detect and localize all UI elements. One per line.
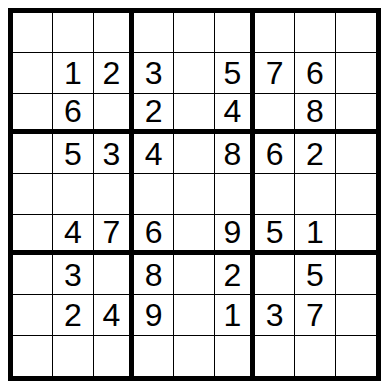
- cell-r5c9-empty[interactable]: [336, 174, 376, 214]
- cell-r7c9-empty[interactable]: [336, 255, 376, 295]
- cell-r6c7-given: 5: [255, 215, 295, 255]
- cell-r8c3-given: 4: [94, 295, 134, 335]
- cell-r5c1-empty[interactable]: [13, 174, 53, 214]
- cell-r7c4-given: 8: [134, 255, 174, 295]
- cell-r9c4-empty[interactable]: [134, 336, 174, 376]
- cell-r3c2-given: 6: [53, 94, 93, 134]
- cell-r5c5-empty[interactable]: [174, 174, 214, 214]
- cell-r1c1-empty[interactable]: [13, 13, 53, 53]
- cell-r9c9-empty[interactable]: [336, 336, 376, 376]
- cell-r6c1-empty[interactable]: [13, 215, 53, 255]
- cell-r2c1-empty[interactable]: [13, 53, 53, 93]
- cell-r5c3-empty[interactable]: [94, 174, 134, 214]
- cell-r3c3-empty[interactable]: [94, 94, 134, 134]
- cell-r6c8-given: 1: [295, 215, 335, 255]
- cell-r2c5-empty[interactable]: [174, 53, 214, 93]
- cell-r7c6-given: 2: [215, 255, 255, 295]
- cell-r7c7-empty[interactable]: [255, 255, 295, 295]
- cell-r2c6-given: 5: [215, 53, 255, 93]
- cell-r4c4-given: 4: [134, 134, 174, 174]
- cell-r1c2-empty[interactable]: [53, 13, 93, 53]
- cell-r3c7-empty[interactable]: [255, 94, 295, 134]
- cell-r7c8-given: 5: [295, 255, 335, 295]
- cell-r7c2-given: 3: [53, 255, 93, 295]
- cell-r9c8-empty[interactable]: [295, 336, 335, 376]
- cell-r3c6-given: 4: [215, 94, 255, 134]
- cell-r3c1-empty[interactable]: [13, 94, 53, 134]
- cell-r9c2-empty[interactable]: [53, 336, 93, 376]
- cell-r9c5-empty[interactable]: [174, 336, 214, 376]
- cell-r8c2-given: 2: [53, 295, 93, 335]
- cell-r8c6-given: 1: [215, 295, 255, 335]
- cell-r6c4-given: 6: [134, 215, 174, 255]
- cell-r6c2-given: 4: [53, 215, 93, 255]
- cell-r4c5-empty[interactable]: [174, 134, 214, 174]
- cell-r2c4-given: 3: [134, 53, 174, 93]
- cell-r8c7-given: 3: [255, 295, 295, 335]
- cell-r1c6-empty[interactable]: [215, 13, 255, 53]
- cell-r3c8-given: 8: [295, 94, 335, 134]
- cell-r4c9-empty[interactable]: [336, 134, 376, 174]
- cell-r1c5-empty[interactable]: [174, 13, 214, 53]
- cell-r4c7-given: 6: [255, 134, 295, 174]
- cell-r2c9-empty[interactable]: [336, 53, 376, 93]
- cell-r1c9-empty[interactable]: [336, 13, 376, 53]
- cell-r1c8-empty[interactable]: [295, 13, 335, 53]
- cell-r6c5-empty[interactable]: [174, 215, 214, 255]
- cell-r3c4-given: 2: [134, 94, 174, 134]
- cell-r7c1-empty[interactable]: [13, 255, 53, 295]
- cell-r8c5-empty[interactable]: [174, 295, 214, 335]
- cell-r7c3-empty[interactable]: [94, 255, 134, 295]
- cell-r9c3-empty[interactable]: [94, 336, 134, 376]
- cell-r6c3-given: 7: [94, 215, 134, 255]
- cell-r1c3-empty[interactable]: [94, 13, 134, 53]
- cell-r5c8-empty[interactable]: [295, 174, 335, 214]
- cell-r1c7-empty[interactable]: [255, 13, 295, 53]
- cell-r4c2-given: 5: [53, 134, 93, 174]
- cell-r4c1-empty[interactable]: [13, 134, 53, 174]
- cell-r4c8-given: 2: [295, 134, 335, 174]
- cell-r2c8-given: 6: [295, 53, 335, 93]
- cell-r4c3-given: 3: [94, 134, 134, 174]
- cell-r4c6-given: 8: [215, 134, 255, 174]
- cell-r5c6-empty[interactable]: [215, 174, 255, 214]
- cell-r2c3-given: 2: [94, 53, 134, 93]
- cell-r7c5-empty[interactable]: [174, 255, 214, 295]
- cell-r9c6-empty[interactable]: [215, 336, 255, 376]
- cell-r5c4-empty[interactable]: [134, 174, 174, 214]
- sudoku-board: 12357662485348624769513825249137: [8, 8, 381, 381]
- cell-r8c8-given: 7: [295, 295, 335, 335]
- cell-r6c6-given: 9: [215, 215, 255, 255]
- cell-r8c4-given: 9: [134, 295, 174, 335]
- cell-r1c4-empty[interactable]: [134, 13, 174, 53]
- cell-r5c2-empty[interactable]: [53, 174, 93, 214]
- cell-r9c1-empty[interactable]: [13, 336, 53, 376]
- cell-r9c7-empty[interactable]: [255, 336, 295, 376]
- cell-r2c2-given: 1: [53, 53, 93, 93]
- cell-r5c7-empty[interactable]: [255, 174, 295, 214]
- cell-r3c5-empty[interactable]: [174, 94, 214, 134]
- cell-r8c9-empty[interactable]: [336, 295, 376, 335]
- cell-r2c7-given: 7: [255, 53, 295, 93]
- cell-r8c1-empty[interactable]: [13, 295, 53, 335]
- cell-r3c9-empty[interactable]: [336, 94, 376, 134]
- cell-r6c9-empty[interactable]: [336, 215, 376, 255]
